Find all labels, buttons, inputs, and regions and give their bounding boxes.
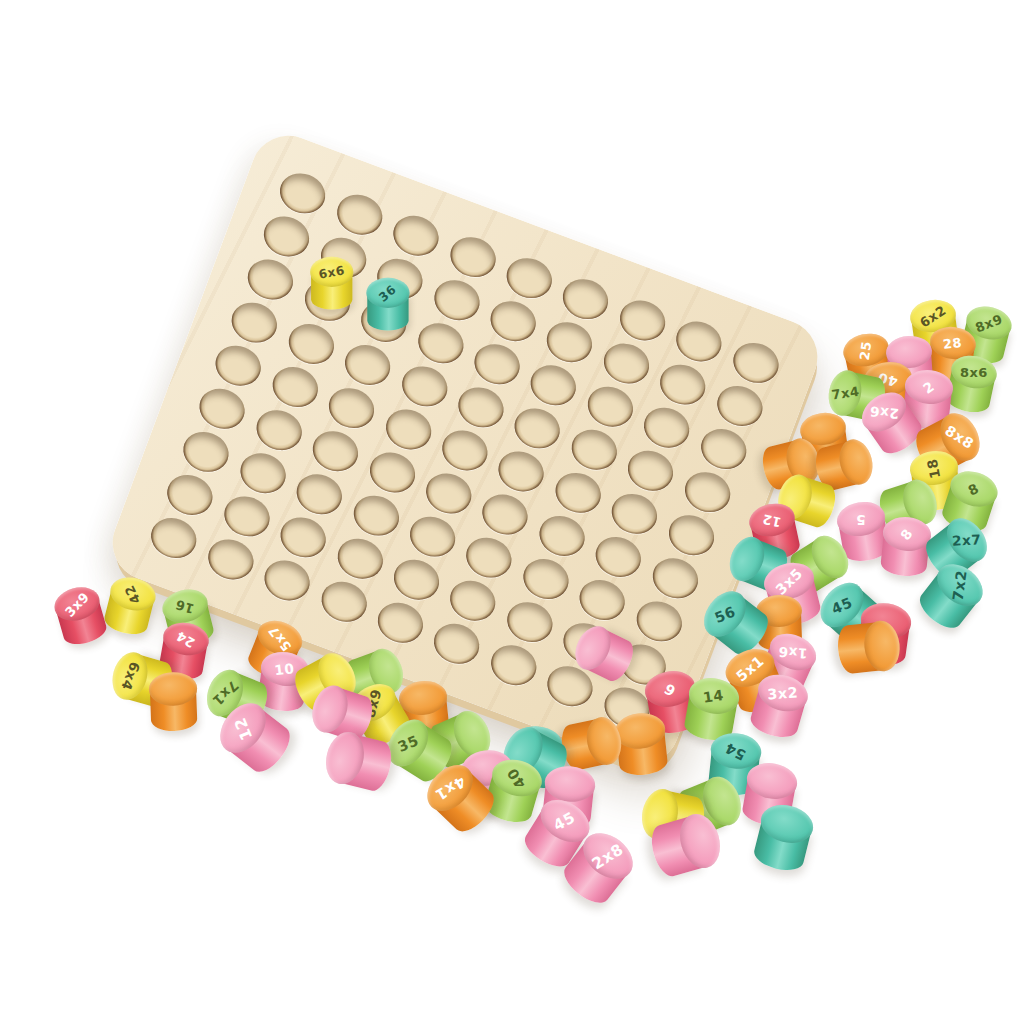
peg-label: 1x6 bbox=[778, 644, 808, 660]
peg-cap: 36 bbox=[366, 278, 409, 308]
peg-label: 40 bbox=[505, 765, 529, 790]
peg-label: 7x1 bbox=[210, 678, 241, 708]
peg-label: 36 bbox=[377, 282, 399, 303]
peg-label: 8 bbox=[966, 481, 981, 498]
peg-label: 6x4 bbox=[118, 660, 141, 692]
peg-blank[interactable] bbox=[148, 671, 198, 734]
peg-label: 2x7 bbox=[952, 532, 982, 547]
peg-label: 16 bbox=[174, 597, 196, 615]
scene: 6x636 6x28x925284028x67x42x68x8188582x77… bbox=[0, 0, 1024, 1024]
peg-label: 4x1 bbox=[432, 773, 467, 802]
peg-6x6[interactable]: 6x6 bbox=[310, 257, 353, 312]
peg-label: 12 bbox=[231, 714, 254, 741]
peg-cap: 6x6 bbox=[310, 257, 353, 287]
peg-label: 8x6 bbox=[960, 365, 988, 378]
peg-label: 6 bbox=[662, 680, 678, 698]
peg-label: 6x6 bbox=[317, 263, 345, 280]
peg-label: 3x9 bbox=[63, 589, 92, 618]
peg-label: 56 bbox=[713, 603, 738, 624]
peg-3x9[interactable]: 3x9 bbox=[50, 582, 110, 650]
peg-label: 25 bbox=[858, 340, 874, 361]
peg-42[interactable]: 42 bbox=[101, 573, 160, 640]
peg-label: 35 bbox=[396, 732, 421, 753]
peg-label: 8 bbox=[899, 526, 916, 542]
peg-36[interactable]: 36 bbox=[366, 278, 409, 333]
peg-label: 8x8 bbox=[943, 423, 977, 451]
peg-label: 7x4 bbox=[830, 385, 860, 402]
peg-label: 54 bbox=[723, 740, 748, 762]
peg-label: 14 bbox=[703, 687, 726, 704]
peg-label: 5x7 bbox=[266, 623, 293, 653]
multiplication-board: 6x636 bbox=[102, 125, 829, 775]
peg-label: 24 bbox=[174, 629, 197, 650]
peg-label: 45 bbox=[552, 809, 578, 833]
peg-blank[interactable] bbox=[833, 619, 902, 676]
peg-label: 7x2 bbox=[951, 569, 969, 601]
peg-label: 2 bbox=[921, 379, 937, 396]
peg-label: 3x5 bbox=[773, 565, 805, 597]
peg-label: 3x2 bbox=[767, 685, 799, 701]
peg-label: 45 bbox=[830, 594, 855, 615]
peg-label: 42 bbox=[123, 583, 143, 606]
peg-label: 2x6 bbox=[869, 404, 899, 420]
peg-label: 2x8 bbox=[590, 840, 627, 871]
peg-label: 8x9 bbox=[974, 312, 1005, 334]
peg-label: 12 bbox=[761, 512, 783, 529]
peg-label: 28 bbox=[943, 335, 964, 350]
peg-label: 5 bbox=[856, 512, 866, 526]
